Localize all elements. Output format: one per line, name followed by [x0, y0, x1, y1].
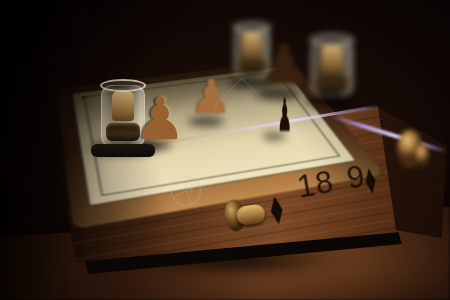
- glass-inner-core: [112, 91, 134, 121]
- glass-top-rim: [233, 22, 271, 33]
- glass-inner-core: [321, 45, 343, 73]
- photo-scene: ♟♟ 18 9 ◆ ◆ ♟♟♟♟: [0, 0, 450, 300]
- glass-top-rim: [310, 34, 354, 46]
- white-pawn-b3[interactable]: ♟: [134, 90, 186, 148]
- brass-dome-knob[interactable]: [393, 128, 433, 180]
- toggle-lever[interactable]: [236, 203, 266, 226]
- white-pawn-d4[interactable]: ♟: [190, 73, 232, 120]
- glass-button-back-right[interactable]: [308, 34, 356, 102]
- black-pawn-e6[interactable]: ♟: [258, 38, 307, 93]
- dome-lobe: [415, 144, 430, 168]
- glass-inner-band: [315, 74, 349, 91]
- square-mark: ♟: [80, 95, 89, 100]
- brass-toggle-knob[interactable]: [218, 191, 274, 242]
- black-pawn-f3[interactable]: ♟: [277, 92, 292, 138]
